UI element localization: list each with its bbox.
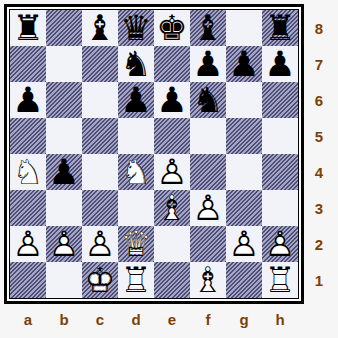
black-queen-icon[interactable]: ♛︎ xyxy=(118,10,154,46)
white-piece-fill-layer: ♟︎ xyxy=(262,226,298,262)
square-h1[interactable]: ♜︎♖︎ xyxy=(262,262,298,298)
white-piece-outline-layer: ♖︎ xyxy=(118,262,154,298)
square-h2[interactable]: ♟︎♙︎ xyxy=(262,226,298,262)
black-piece-glyph: ♟︎ xyxy=(10,82,46,118)
white-piece-fill-layer: ♝︎ xyxy=(154,190,190,226)
rank-label-6: 6 xyxy=(304,82,334,118)
square-d5[interactable] xyxy=(118,118,154,154)
file-label-b: b xyxy=(46,303,82,335)
square-f3[interactable]: ♟︎♙︎ xyxy=(190,190,226,226)
file-label-e: e xyxy=(154,303,190,335)
white-piece-fill-layer: ♟︎ xyxy=(82,226,118,262)
rank-label-8: 8 xyxy=(304,10,334,46)
black-piece-glyph: ♞︎ xyxy=(190,82,226,118)
square-f8[interactable]: ♝︎ xyxy=(190,10,226,46)
rank-labels: 8 7 6 5 4 3 2 1 xyxy=(304,10,334,298)
black-piece-glyph: ♛︎ xyxy=(118,10,154,46)
square-b6[interactable] xyxy=(46,82,82,118)
square-b8[interactable] xyxy=(46,10,82,46)
white-piece-outline-layer: ♙︎ xyxy=(82,226,118,262)
square-g1[interactable] xyxy=(226,262,262,298)
square-d3[interactable] xyxy=(118,190,154,226)
black-pawn-icon[interactable]: ♟︎ xyxy=(226,46,262,82)
black-king-icon[interactable]: ♚︎ xyxy=(154,10,190,46)
black-piece-glyph: ♜︎ xyxy=(10,10,46,46)
white-piece-fill-layer: ♝︎ xyxy=(190,262,226,298)
white-piece-fill-layer: ♟︎ xyxy=(10,226,46,262)
rank-label-4: 4 xyxy=(304,154,334,190)
square-b1[interactable] xyxy=(46,262,82,298)
white-piece-outline-layer: ♘︎ xyxy=(118,154,154,190)
white-pawn-icon[interactable]: ♟︎♙︎ xyxy=(82,226,118,262)
black-pawn-icon[interactable]: ♟︎ xyxy=(190,46,226,82)
square-c8[interactable]: ♝︎ xyxy=(82,10,118,46)
white-piece-fill-layer: ♟︎ xyxy=(190,190,226,226)
black-piece-glyph: ♞︎ xyxy=(118,46,154,82)
white-piece-fill-layer: ♜︎ xyxy=(262,262,298,298)
black-piece-glyph: ♜︎ xyxy=(262,10,298,46)
white-pawn-icon[interactable]: ♟︎♙︎ xyxy=(154,154,190,190)
square-f7[interactable]: ♟︎ xyxy=(190,46,226,82)
white-piece-outline-layer: ♕︎ xyxy=(118,226,154,262)
square-c6[interactable] xyxy=(82,82,118,118)
file-label-c: c xyxy=(82,303,118,335)
square-a1[interactable] xyxy=(10,262,46,298)
square-e7[interactable] xyxy=(154,46,190,82)
square-a7[interactable] xyxy=(10,46,46,82)
white-pawn-icon[interactable]: ♟︎♙︎ xyxy=(10,226,46,262)
white-pawn-icon[interactable]: ♟︎♙︎ xyxy=(190,190,226,226)
square-d7[interactable]: ♞︎ xyxy=(118,46,154,82)
white-pawn-icon[interactable]: ♟︎♙︎ xyxy=(226,226,262,262)
square-a3[interactable] xyxy=(10,190,46,226)
square-d1[interactable]: ♜︎♖︎ xyxy=(118,262,154,298)
file-label-d: d xyxy=(118,303,154,335)
square-c4[interactable] xyxy=(82,154,118,190)
white-pawn-icon[interactable]: ♟︎♙︎ xyxy=(46,226,82,262)
black-bishop-icon[interactable]: ♝︎ xyxy=(190,10,226,46)
square-e2[interactable] xyxy=(154,226,190,262)
chess-board-frame: ♜︎♝︎♛︎♚︎♝︎♜︎♞︎♟︎♟︎♟︎♟︎♟︎♟︎♞︎♞︎♘︎♟︎♞︎♘︎♟︎… xyxy=(4,4,304,304)
white-piece-outline-layer: ♙︎ xyxy=(154,154,190,190)
black-piece-glyph: ♟︎ xyxy=(190,46,226,82)
square-d6[interactable]: ♟︎ xyxy=(118,82,154,118)
square-d4[interactable]: ♞︎♘︎ xyxy=(118,154,154,190)
black-piece-glyph: ♝︎ xyxy=(82,10,118,46)
square-g5[interactable] xyxy=(226,118,262,154)
black-bishop-icon[interactable]: ♝︎ xyxy=(82,10,118,46)
white-piece-fill-layer: ♛︎ xyxy=(118,226,154,262)
square-h3[interactable] xyxy=(262,190,298,226)
white-king-icon[interactable]: ♚︎♔︎ xyxy=(82,262,118,298)
square-c3[interactable] xyxy=(82,190,118,226)
white-rook-icon[interactable]: ♜︎♖︎ xyxy=(118,262,154,298)
rank-label-7: 7 xyxy=(304,46,334,82)
black-knight-icon[interactable]: ♞︎ xyxy=(190,82,226,118)
square-c5[interactable] xyxy=(82,118,118,154)
white-piece-outline-layer: ♗︎ xyxy=(154,190,190,226)
rank-label-5: 5 xyxy=(304,118,334,154)
black-piece-glyph: ♟︎ xyxy=(118,82,154,118)
white-pawn-icon[interactable]: ♟︎♙︎ xyxy=(262,226,298,262)
square-g6[interactable] xyxy=(226,82,262,118)
square-b3[interactable] xyxy=(46,190,82,226)
square-g2[interactable]: ♟︎♙︎ xyxy=(226,226,262,262)
square-b7[interactable] xyxy=(46,46,82,82)
black-knight-icon[interactable]: ♞︎ xyxy=(118,46,154,82)
white-piece-fill-layer: ♞︎ xyxy=(118,154,154,190)
square-f1[interactable]: ♝︎♗︎ xyxy=(190,262,226,298)
file-label-f: f xyxy=(190,303,226,335)
square-h8[interactable]: ♜︎ xyxy=(262,10,298,46)
black-pawn-icon[interactable]: ♟︎ xyxy=(262,46,298,82)
square-a4[interactable]: ♞︎♘︎ xyxy=(10,154,46,190)
white-piece-fill-layer: ♞︎ xyxy=(10,154,46,190)
square-e6[interactable]: ♟︎ xyxy=(154,82,190,118)
square-h6[interactable] xyxy=(262,82,298,118)
black-piece-glyph: ♝︎ xyxy=(190,10,226,46)
square-f5[interactable] xyxy=(190,118,226,154)
square-a5[interactable] xyxy=(10,118,46,154)
black-piece-glyph: ♟︎ xyxy=(154,82,190,118)
white-piece-fill-layer: ♟︎ xyxy=(46,226,82,262)
square-h5[interactable] xyxy=(262,118,298,154)
square-a2[interactable]: ♟︎♙︎ xyxy=(10,226,46,262)
white-piece-outline-layer: ♙︎ xyxy=(10,226,46,262)
black-pawn-icon[interactable]: ♟︎ xyxy=(10,82,46,118)
black-rook-icon[interactable]: ♜︎ xyxy=(10,10,46,46)
square-g8[interactable] xyxy=(226,10,262,46)
black-rook-icon[interactable]: ♜︎ xyxy=(262,10,298,46)
square-d2[interactable]: ♛︎♕︎ xyxy=(118,226,154,262)
file-labels: a b c d e f g h xyxy=(10,303,298,335)
file-label-h: h xyxy=(262,303,298,335)
square-f6[interactable]: ♞︎ xyxy=(190,82,226,118)
square-e3[interactable]: ♝︎♗︎ xyxy=(154,190,190,226)
white-piece-fill-layer: ♟︎ xyxy=(154,154,190,190)
square-h7[interactable]: ♟︎ xyxy=(262,46,298,82)
square-b5[interactable] xyxy=(46,118,82,154)
white-piece-outline-layer: ♙︎ xyxy=(262,226,298,262)
square-f2[interactable] xyxy=(190,226,226,262)
square-e5[interactable] xyxy=(154,118,190,154)
square-c2[interactable]: ♟︎♙︎ xyxy=(82,226,118,262)
square-g7[interactable]: ♟︎ xyxy=(226,46,262,82)
white-bishop-icon[interactable]: ♝︎♗︎ xyxy=(154,190,190,226)
black-pawn-icon[interactable]: ♟︎ xyxy=(46,154,82,190)
white-piece-outline-layer: ♙︎ xyxy=(226,226,262,262)
white-queen-icon[interactable]: ♛︎♕︎ xyxy=(118,226,154,262)
square-g3[interactable] xyxy=(226,190,262,226)
chess-diagram-page: ♜︎♝︎♛︎♚︎♝︎♜︎♞︎♟︎♟︎♟︎♟︎♟︎♟︎♞︎♞︎♘︎♟︎♞︎♘︎♟︎… xyxy=(0,0,338,338)
rank-label-2: 2 xyxy=(304,226,334,262)
square-a6[interactable]: ♟︎ xyxy=(10,82,46,118)
white-knight-icon[interactable]: ♞︎♘︎ xyxy=(10,154,46,190)
rank-label-3: 3 xyxy=(304,190,334,226)
square-a8[interactable]: ♜︎ xyxy=(10,10,46,46)
square-d8[interactable]: ♛︎ xyxy=(118,10,154,46)
white-piece-outline-layer: ♙︎ xyxy=(46,226,82,262)
white-knight-icon[interactable]: ♞︎♘︎ xyxy=(118,154,154,190)
square-g4[interactable] xyxy=(226,154,262,190)
white-rook-icon[interactable]: ♜︎♖︎ xyxy=(262,262,298,298)
file-label-a: a xyxy=(10,303,46,335)
square-h4[interactable] xyxy=(262,154,298,190)
black-piece-glyph: ♟︎ xyxy=(262,46,298,82)
square-b2[interactable]: ♟︎♙︎ xyxy=(46,226,82,262)
black-pawn-icon[interactable]: ♟︎ xyxy=(154,82,190,118)
square-e4[interactable]: ♟︎♙︎ xyxy=(154,154,190,190)
white-piece-outline-layer: ♗︎ xyxy=(190,262,226,298)
white-piece-outline-layer: ♘︎ xyxy=(10,154,46,190)
black-piece-glyph: ♟︎ xyxy=(226,46,262,82)
white-piece-outline-layer: ♙︎ xyxy=(190,190,226,226)
white-piece-fill-layer: ♜︎ xyxy=(118,262,154,298)
square-c7[interactable] xyxy=(82,46,118,82)
rank-label-1: 1 xyxy=(304,262,334,298)
square-c1[interactable]: ♚︎♔︎ xyxy=(82,262,118,298)
file-label-g: g xyxy=(226,303,262,335)
black-piece-glyph: ♟︎ xyxy=(46,154,82,190)
square-b4[interactable]: ♟︎ xyxy=(46,154,82,190)
white-piece-fill-layer: ♟︎ xyxy=(226,226,262,262)
white-bishop-icon[interactable]: ♝︎♗︎ xyxy=(190,262,226,298)
square-e8[interactable]: ♚︎ xyxy=(154,10,190,46)
square-e1[interactable] xyxy=(154,262,190,298)
square-f4[interactable] xyxy=(190,154,226,190)
black-piece-glyph: ♚︎ xyxy=(154,10,190,46)
white-piece-fill-layer: ♚︎ xyxy=(82,262,118,298)
white-piece-outline-layer: ♔︎ xyxy=(82,262,118,298)
black-pawn-icon[interactable]: ♟︎ xyxy=(118,82,154,118)
white-piece-outline-layer: ♖︎ xyxy=(262,262,298,298)
chess-board: ♜︎♝︎♛︎♚︎♝︎♜︎♞︎♟︎♟︎♟︎♟︎♟︎♟︎♞︎♞︎♘︎♟︎♞︎♘︎♟︎… xyxy=(9,9,299,299)
